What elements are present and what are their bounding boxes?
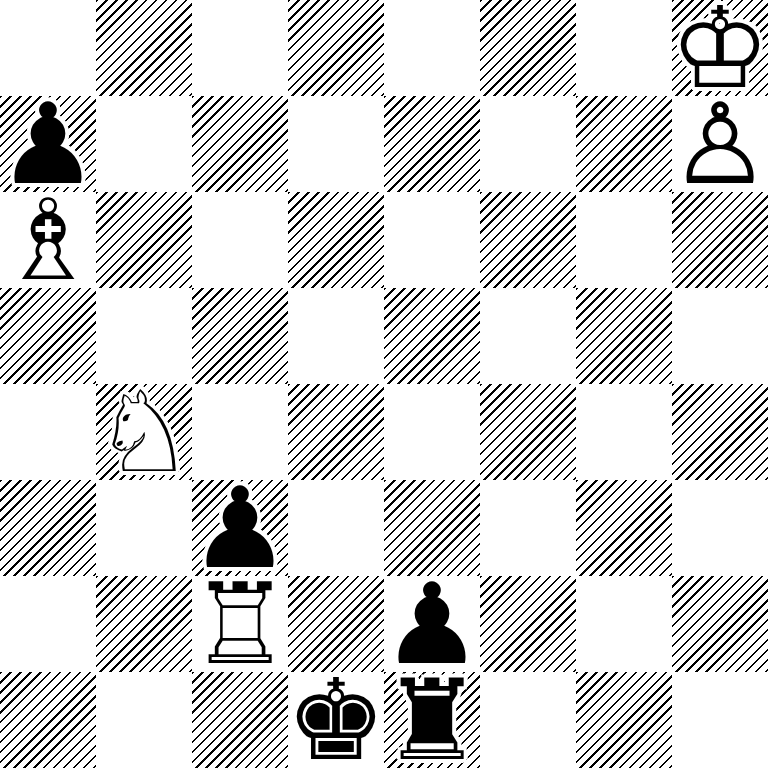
square-e4[interactable] (384, 384, 480, 480)
square-d1[interactable]: ♚♚ (288, 672, 384, 768)
square-f3[interactable] (480, 480, 576, 576)
square-d6[interactable] (288, 192, 384, 288)
square-h8[interactable]: ♚♔ (672, 0, 768, 96)
black-king-halo: ♚ (288, 672, 384, 768)
square-c4[interactable] (192, 384, 288, 480)
black-rook-icon: ♜ (384, 672, 480, 768)
white-rook-halo: ♜ (192, 576, 288, 672)
square-b2[interactable] (96, 576, 192, 672)
white-bishop-halo: ♝ (0, 192, 96, 288)
square-b4[interactable]: ♞♘ (96, 384, 192, 480)
square-d8[interactable] (288, 0, 384, 96)
black-pawn-icon: ♟ (384, 576, 480, 672)
square-b7[interactable] (96, 96, 192, 192)
square-c6[interactable] (192, 192, 288, 288)
white-knight-halo: ♞ (96, 384, 192, 480)
white-rook-icon: ♖ (192, 576, 288, 672)
black-pawn-halo: ♟ (192, 480, 288, 576)
square-a7[interactable]: ♟♟ (0, 96, 96, 192)
black-king-icon: ♚ (288, 672, 384, 768)
square-h1[interactable] (672, 672, 768, 768)
square-e6[interactable] (384, 192, 480, 288)
square-d7[interactable] (288, 96, 384, 192)
white-pawn-halo: ♟ (672, 96, 768, 192)
square-a6[interactable]: ♝♗ (0, 192, 96, 288)
white-king-icon: ♔ (672, 0, 768, 96)
square-c1[interactable] (192, 672, 288, 768)
square-g1[interactable] (576, 672, 672, 768)
black-pawn-icon: ♟ (192, 480, 288, 576)
square-c7[interactable] (192, 96, 288, 192)
square-g5[interactable] (576, 288, 672, 384)
chess-board: ♚♔♟♟♟♙♝♗♞♘♟♟♜♖♟♟♚♚♜♜ (0, 0, 768, 768)
square-g8[interactable] (576, 0, 672, 96)
square-g3[interactable] (576, 480, 672, 576)
square-c3[interactable]: ♟♟ (192, 480, 288, 576)
square-g6[interactable] (576, 192, 672, 288)
square-a8[interactable] (0, 0, 96, 96)
square-d4[interactable] (288, 384, 384, 480)
square-d3[interactable] (288, 480, 384, 576)
square-b8[interactable] (96, 0, 192, 96)
square-f8[interactable] (480, 0, 576, 96)
black-pawn-halo: ♟ (0, 96, 96, 192)
square-d2[interactable] (288, 576, 384, 672)
square-e7[interactable] (384, 96, 480, 192)
black-pawn-halo: ♟ (384, 576, 480, 672)
square-h2[interactable] (672, 576, 768, 672)
square-f2[interactable] (480, 576, 576, 672)
white-bishop-icon: ♗ (0, 192, 96, 288)
square-f7[interactable] (480, 96, 576, 192)
square-e2[interactable]: ♟♟ (384, 576, 480, 672)
white-king-halo: ♚ (672, 0, 768, 96)
white-knight-icon: ♘ (96, 384, 192, 480)
square-c2[interactable]: ♜♖ (192, 576, 288, 672)
square-f1[interactable] (480, 672, 576, 768)
square-f5[interactable] (480, 288, 576, 384)
square-b6[interactable] (96, 192, 192, 288)
white-pawn-icon: ♙ (672, 96, 768, 192)
square-e8[interactable] (384, 0, 480, 96)
square-h3[interactable] (672, 480, 768, 576)
square-a2[interactable] (0, 576, 96, 672)
square-c8[interactable] (192, 0, 288, 96)
square-h6[interactable] (672, 192, 768, 288)
square-h4[interactable] (672, 384, 768, 480)
square-c5[interactable] (192, 288, 288, 384)
square-d5[interactable] (288, 288, 384, 384)
square-h5[interactable] (672, 288, 768, 384)
square-g4[interactable] (576, 384, 672, 480)
black-rook-halo: ♜ (384, 672, 480, 768)
square-b3[interactable] (96, 480, 192, 576)
square-e3[interactable] (384, 480, 480, 576)
square-e5[interactable] (384, 288, 480, 384)
square-f4[interactable] (480, 384, 576, 480)
square-f6[interactable] (480, 192, 576, 288)
square-a4[interactable] (0, 384, 96, 480)
square-h7[interactable]: ♟♙ (672, 96, 768, 192)
square-g7[interactable] (576, 96, 672, 192)
square-a3[interactable] (0, 480, 96, 576)
square-g2[interactable] (576, 576, 672, 672)
square-a5[interactable] (0, 288, 96, 384)
square-b1[interactable] (96, 672, 192, 768)
square-e1[interactable]: ♜♜ (384, 672, 480, 768)
square-a1[interactable] (0, 672, 96, 768)
black-pawn-icon: ♟ (0, 96, 96, 192)
square-b5[interactable] (96, 288, 192, 384)
